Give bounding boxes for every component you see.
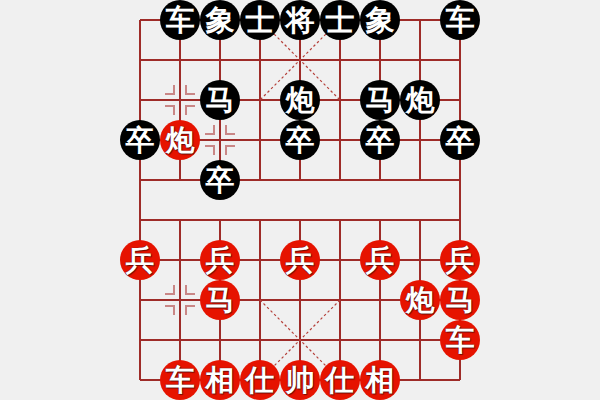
piece-glyph: 卒 (126, 120, 155, 160)
piece-glyph: 马 (446, 280, 475, 320)
piece-red-horse[interactable]: 马 (200, 280, 240, 320)
piece-black-chariot[interactable]: 车 (440, 0, 480, 40)
piece-glyph: 卒 (286, 120, 315, 160)
piece-glyph: 士 (246, 0, 275, 40)
piece-glyph: 兵 (366, 240, 395, 280)
piece-glyph: 车 (166, 360, 195, 400)
piece-red-advisor[interactable]: 仕 (320, 360, 360, 400)
piece-black-soldier[interactable]: 卒 (440, 120, 480, 160)
piece-black-advisor[interactable]: 士 (320, 0, 360, 40)
piece-glyph: 卒 (206, 160, 235, 200)
piece-red-soldier[interactable]: 兵 (200, 240, 240, 280)
piece-glyph: 仕 (246, 360, 275, 400)
piece-black-cannon[interactable]: 炮 (280, 80, 320, 120)
piece-glyph: 车 (166, 0, 195, 40)
piece-glyph: 马 (366, 80, 395, 120)
piece-glyph: 卒 (366, 120, 395, 160)
piece-black-soldier[interactable]: 卒 (360, 120, 400, 160)
piece-glyph: 车 (446, 0, 475, 40)
piece-glyph: 兵 (126, 240, 155, 280)
piece-glyph: 车 (446, 320, 475, 360)
piece-glyph: 士 (326, 0, 355, 40)
piece-glyph: 象 (366, 0, 395, 40)
piece-black-cannon[interactable]: 炮 (400, 80, 440, 120)
piece-glyph: 仕 (326, 360, 355, 400)
piece-glyph: 相 (206, 360, 235, 400)
piece-glyph: 兵 (286, 240, 315, 280)
piece-black-general[interactable]: 将 (280, 0, 320, 40)
piece-red-cannon[interactable]: 炮 (160, 120, 200, 160)
piece-red-chariot[interactable]: 车 (440, 320, 480, 360)
piece-glyph: 将 (286, 0, 315, 40)
piece-black-horse[interactable]: 马 (360, 80, 400, 120)
piece-red-cannon[interactable]: 炮 (400, 280, 440, 320)
piece-black-soldier[interactable]: 卒 (280, 120, 320, 160)
piece-glyph: 相 (366, 360, 395, 400)
piece-glyph: 帅 (286, 360, 315, 400)
piece-red-chariot[interactable]: 车 (160, 360, 200, 400)
piece-glyph: 炮 (166, 120, 195, 160)
piece-red-soldier[interactable]: 兵 (280, 240, 320, 280)
piece-glyph: 象 (206, 0, 235, 40)
xiangqi-board: 车象士将士象车马炮马炮卒炮卒卒卒卒兵兵兵兵兵马炮马车车相仕帅仕相 (0, 0, 600, 400)
piece-black-soldier[interactable]: 卒 (200, 160, 240, 200)
piece-red-advisor[interactable]: 仕 (240, 360, 280, 400)
piece-black-advisor[interactable]: 士 (240, 0, 280, 40)
piece-glyph: 炮 (406, 80, 435, 120)
piece-black-elephant[interactable]: 象 (200, 0, 240, 40)
piece-black-horse[interactable]: 马 (200, 80, 240, 120)
piece-glyph: 炮 (286, 80, 315, 120)
piece-glyph: 兵 (446, 240, 475, 280)
piece-black-elephant[interactable]: 象 (360, 0, 400, 40)
piece-red-horse[interactable]: 马 (440, 280, 480, 320)
piece-red-general[interactable]: 帅 (280, 360, 320, 400)
piece-red-soldier[interactable]: 兵 (360, 240, 400, 280)
piece-black-chariot[interactable]: 车 (160, 0, 200, 40)
piece-red-soldier[interactable]: 兵 (120, 240, 160, 280)
piece-glyph: 马 (206, 80, 235, 120)
piece-glyph: 兵 (206, 240, 235, 280)
piece-red-soldier[interactable]: 兵 (440, 240, 480, 280)
piece-glyph: 马 (206, 280, 235, 320)
piece-red-elephant[interactable]: 相 (360, 360, 400, 400)
piece-glyph: 卒 (446, 120, 475, 160)
piece-black-soldier[interactable]: 卒 (120, 120, 160, 160)
piece-red-elephant[interactable]: 相 (200, 360, 240, 400)
pieces-grid: 车象士将士象车马炮马炮卒炮卒卒卒卒兵兵兵兵兵马炮马车车相仕帅仕相 (120, 0, 480, 400)
piece-glyph: 炮 (406, 280, 435, 320)
